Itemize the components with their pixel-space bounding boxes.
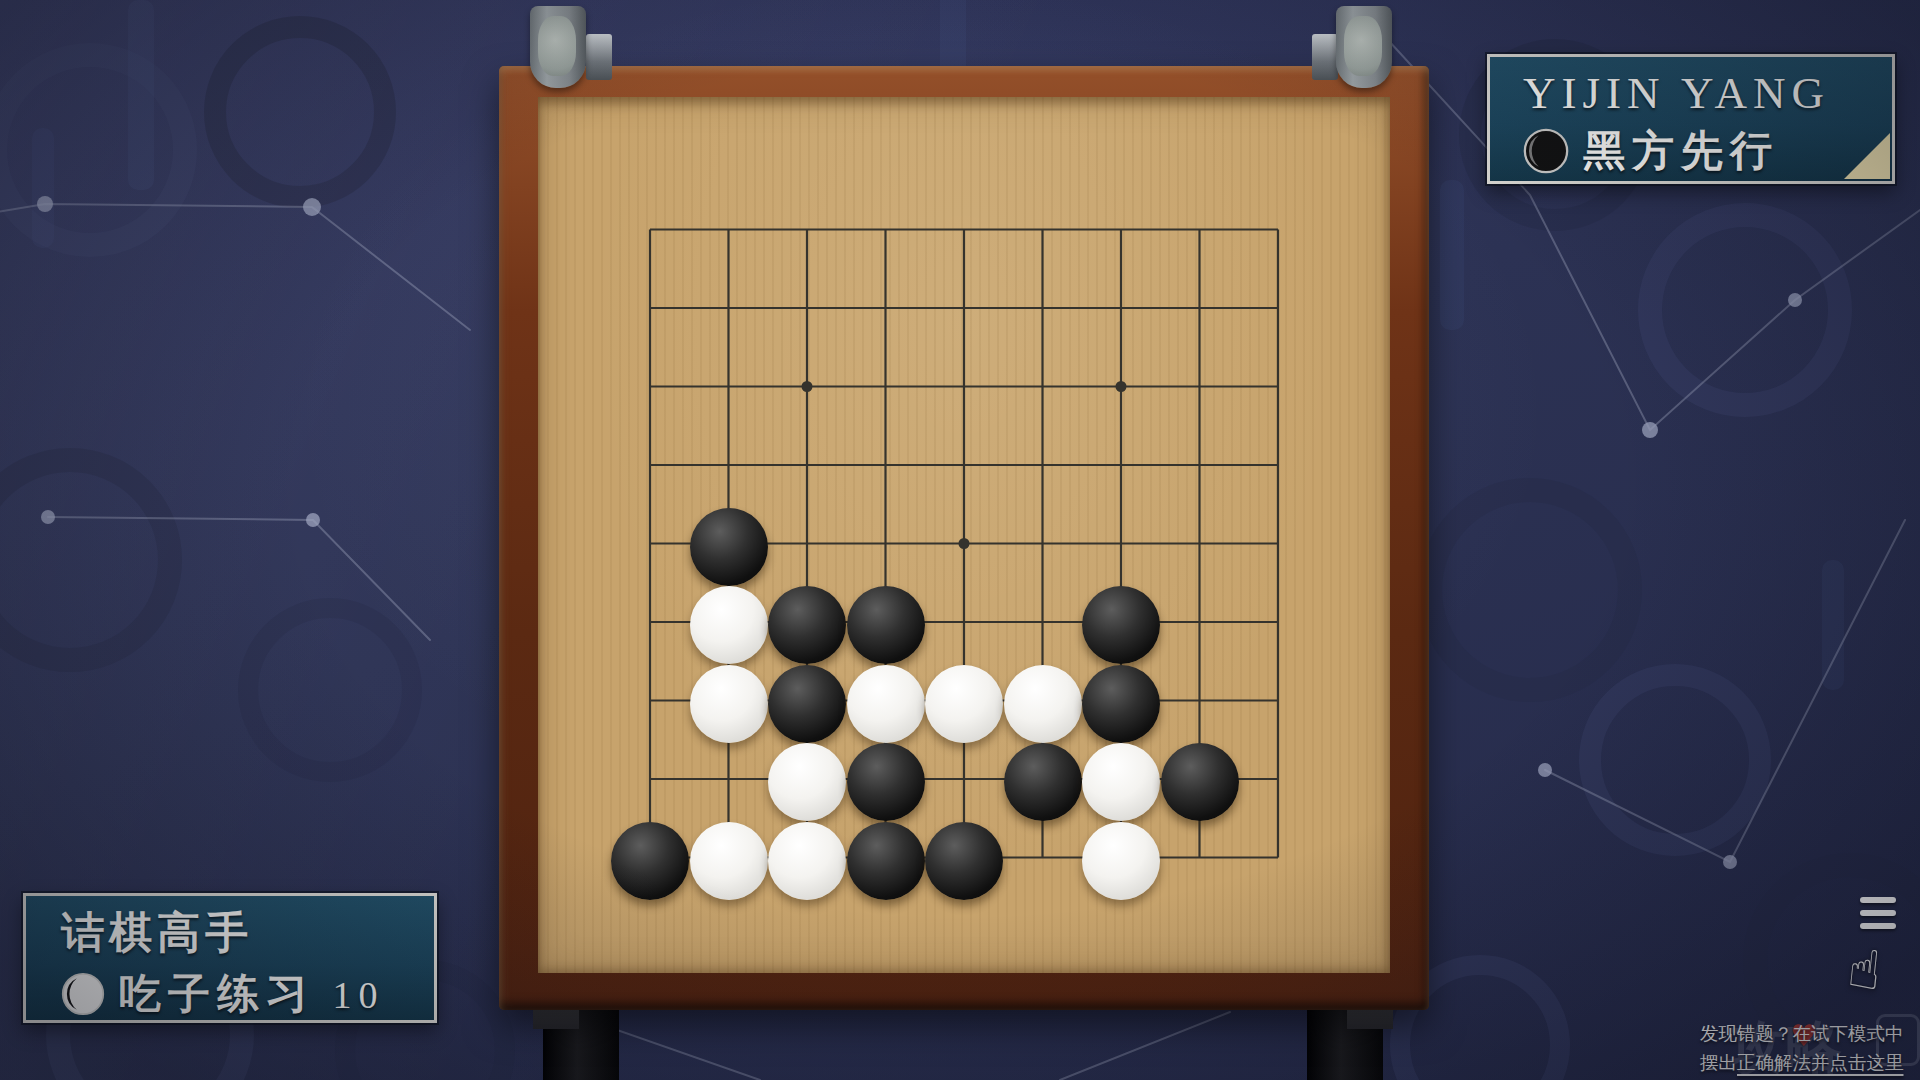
- player-name: YIJIN YANG: [1523, 67, 1892, 119]
- stones-layer: [538, 97, 1390, 973]
- black-stone[interactable]: [1082, 665, 1160, 743]
- black-stone[interactable]: [847, 743, 925, 821]
- white-stone[interactable]: [925, 665, 1003, 743]
- turn-label: 黑方先行: [1583, 123, 1779, 179]
- black-stone[interactable]: [768, 665, 846, 743]
- black-stone-icon: [1523, 128, 1569, 174]
- hand-cursor-icon: ☝: [1845, 936, 1884, 1002]
- hint-link[interactable]: 正确解法并点击这里: [1737, 1052, 1904, 1073]
- black-stone[interactable]: [690, 508, 768, 586]
- clamp-right-icon: [1328, 6, 1402, 88]
- white-stone[interactable]: [768, 743, 846, 821]
- white-stone[interactable]: [690, 586, 768, 664]
- black-stone[interactable]: [1082, 586, 1160, 664]
- player-banner: YIJIN YANG 黑方先行: [1487, 54, 1895, 184]
- hint-line1: 发现错题？在试下模式中: [1700, 1019, 1910, 1048]
- white-stone[interactable]: [768, 822, 846, 900]
- puzzle-title: 诘棋高手: [61, 904, 434, 962]
- puzzle-banner: 诘棋高手 吃子练习 10: [23, 893, 437, 1023]
- clamp-left-icon: [522, 6, 596, 88]
- go-board: [499, 66, 1429, 1010]
- white-stone[interactable]: [1004, 665, 1082, 743]
- menu-button[interactable]: [1860, 897, 1896, 930]
- board-leg-right: [1307, 1000, 1383, 1080]
- white-stone[interactable]: [690, 822, 768, 900]
- white-stone[interactable]: [847, 665, 925, 743]
- white-stone[interactable]: [1082, 822, 1160, 900]
- puzzle-number: 10: [333, 974, 385, 1016]
- banner-corner-triangle[interactable]: [1844, 133, 1890, 179]
- go-puzzle-screen: YIJIN YANG 黑方先行 诘棋高手 吃子练习 10 ☝ 攻略 ♥ 发: [0, 0, 1920, 1080]
- retry-hint: 发现错题？在试下模式中 摆出正确解法并点击这里: [1700, 1019, 1910, 1077]
- black-stone[interactable]: [847, 822, 925, 900]
- white-stone[interactable]: [690, 665, 768, 743]
- white-stone-icon: [61, 972, 105, 1016]
- board-surface[interactable]: [538, 97, 1390, 973]
- black-stone[interactable]: [1161, 743, 1239, 821]
- board-leg-left: [543, 1000, 619, 1080]
- black-stone[interactable]: [1004, 743, 1082, 821]
- black-stone[interactable]: [847, 586, 925, 664]
- white-stone[interactable]: [1082, 743, 1160, 821]
- puzzle-subtitle: 吃子练习 10: [119, 966, 385, 1022]
- hint-line2: 摆出正确解法并点击这里: [1700, 1048, 1910, 1077]
- black-stone[interactable]: [925, 822, 1003, 900]
- black-stone[interactable]: [611, 822, 689, 900]
- black-stone[interactable]: [768, 586, 846, 664]
